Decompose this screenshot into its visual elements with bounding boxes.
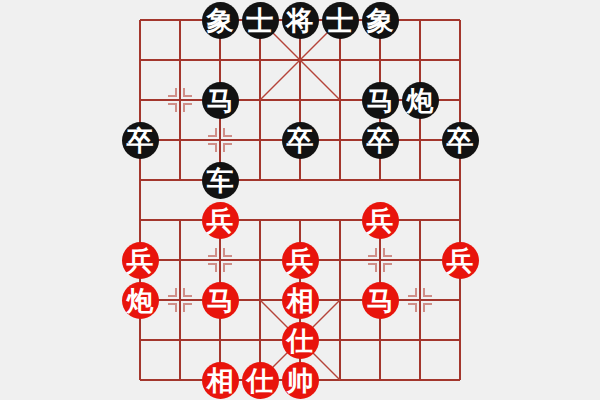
- board-point-e0: 帅: [280, 360, 320, 400]
- screenshot-root: { "game": "xiangqi", "title": "Xiangqi p…: [0, 0, 600, 400]
- piece-red-b-c0[interactable]: 相: [202, 362, 239, 399]
- piece-black-n-g7[interactable]: 马: [362, 82, 399, 119]
- board-point-c4: 兵: [200, 200, 240, 240]
- piece-red-n-c2[interactable]: 马: [202, 282, 239, 319]
- piece-black-b-g9[interactable]: 象: [362, 2, 399, 39]
- pieces-layer: 象士将士象马马炮卒卒卒卒车兵兵兵兵兵炮马相马仕相仕帅: [120, 0, 480, 400]
- board-point-a6: 卒: [120, 120, 160, 160]
- piece-red-b-e2[interactable]: 相: [282, 282, 319, 319]
- piece-red-p-i3[interactable]: 兵: [442, 242, 479, 279]
- piece-black-a-f9[interactable]: 士: [322, 2, 359, 39]
- piece-black-p-e6[interactable]: 卒: [282, 122, 319, 159]
- board-point-c7: 马: [200, 80, 240, 120]
- piece-black-p-g6[interactable]: 卒: [362, 122, 399, 159]
- xiangqi-board[interactable]: 象士将士象马马炮卒卒卒卒车兵兵兵兵兵炮马相马仕相仕帅: [0, 0, 600, 400]
- board-point-i6: 卒: [440, 120, 480, 160]
- piece-red-a-d0[interactable]: 仕: [242, 362, 279, 399]
- piece-black-a-d9[interactable]: 士: [242, 2, 279, 39]
- board-point-f9: 士: [320, 0, 360, 40]
- board-point-e1: 仕: [280, 320, 320, 360]
- board-point-a2: 炮: [120, 280, 160, 320]
- board-point-c2: 马: [200, 280, 240, 320]
- board-point-e2: 相: [280, 280, 320, 320]
- piece-red-p-g4[interactable]: 兵: [362, 202, 399, 239]
- piece-black-k-e9[interactable]: 将: [282, 2, 319, 39]
- board-point-g9: 象: [360, 0, 400, 40]
- piece-black-n-c7[interactable]: 马: [202, 82, 239, 119]
- board-point-d9: 士: [240, 0, 280, 40]
- board-point-e9: 将: [280, 0, 320, 40]
- piece-red-n-g2[interactable]: 马: [362, 282, 399, 319]
- board-point-a3: 兵: [120, 240, 160, 280]
- board-point-d0: 仕: [240, 360, 280, 400]
- board-point-e6: 卒: [280, 120, 320, 160]
- piece-red-p-c4[interactable]: 兵: [202, 202, 239, 239]
- piece-black-p-a6[interactable]: 卒: [122, 122, 159, 159]
- board-point-g2: 马: [360, 280, 400, 320]
- piece-black-c-h7[interactable]: 炮: [402, 82, 439, 119]
- piece-red-p-e3[interactable]: 兵: [282, 242, 319, 279]
- piece-red-a-e1[interactable]: 仕: [282, 322, 319, 359]
- piece-red-k-e0[interactable]: 帅: [282, 362, 319, 399]
- board-point-c9: 象: [200, 0, 240, 40]
- board-point-g7: 马: [360, 80, 400, 120]
- board-point-e3: 兵: [280, 240, 320, 280]
- board-point-i3: 兵: [440, 240, 480, 280]
- piece-red-p-a3[interactable]: 兵: [122, 242, 159, 279]
- board-point-c0: 相: [200, 360, 240, 400]
- board-point-g6: 卒: [360, 120, 400, 160]
- piece-black-b-c9[interactable]: 象: [202, 2, 239, 39]
- piece-black-r-c5[interactable]: 车: [202, 162, 239, 199]
- board-point-g4: 兵: [360, 200, 400, 240]
- board-point-c5: 车: [200, 160, 240, 200]
- piece-red-c-a2[interactable]: 炮: [122, 282, 159, 319]
- board-point-h7: 炮: [400, 80, 440, 120]
- piece-black-p-i6[interactable]: 卒: [442, 122, 479, 159]
